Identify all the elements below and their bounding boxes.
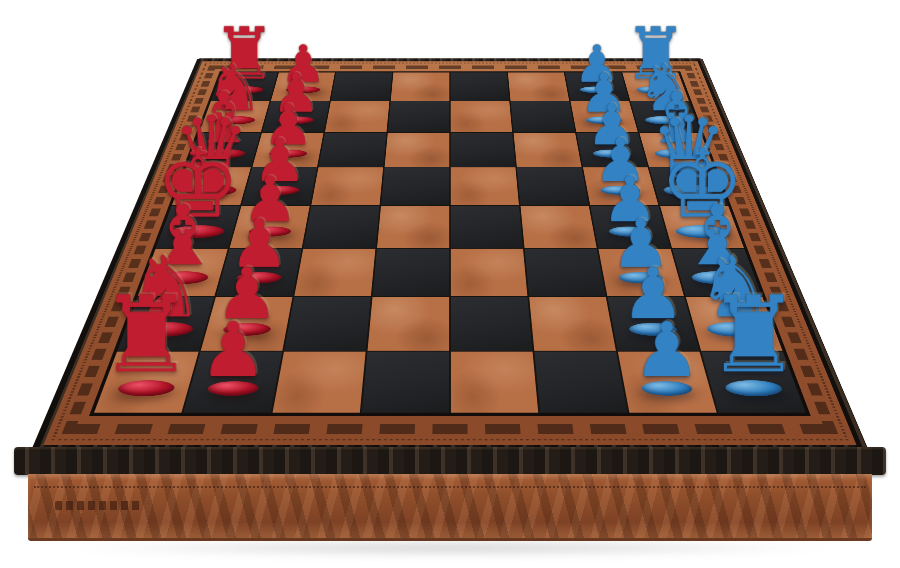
box-carved-molding xyxy=(14,447,886,475)
cast-shadow xyxy=(60,540,840,556)
r-glyph: ♜ xyxy=(706,283,801,389)
pieces-layer: ♜♞♝♛♚♝♞♜♟♟♟♟♟♟♟♟♟♟♟♟♟♟♟♟♜♞♝♛♚♝♞♜ xyxy=(30,58,870,453)
maker-stamp xyxy=(55,501,141,510)
chess-set-photo: ♜♞♝♛♚♝♞♜♟♟♟♟♟♟♟♟♟♟♟♟♟♟♟♟♜♞♝♛♚♝♞♜ xyxy=(0,0,900,568)
p-glyph: ♟ xyxy=(633,313,701,389)
apron-tooled-line xyxy=(34,486,866,488)
chess-board: ♜♞♝♛♚♝♞♜♟♟♟♟♟♟♟♟♟♟♟♟♟♟♟♟♜♞♝♛♚♝♞♜ xyxy=(30,58,870,453)
box-front-apron xyxy=(28,474,872,541)
p-glyph: ♟ xyxy=(199,313,267,389)
r-glyph: ♜ xyxy=(99,283,194,389)
